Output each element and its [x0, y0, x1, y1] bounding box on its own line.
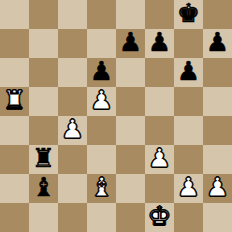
- square-c1[interactable]: [58, 203, 87, 232]
- square-a6[interactable]: [0, 58, 29, 87]
- piece-black-pawn[interactable]: ♟: [206, 28, 229, 57]
- square-d3[interactable]: [87, 145, 116, 174]
- square-f2[interactable]: [145, 174, 174, 203]
- square-c7[interactable]: [58, 29, 87, 58]
- piece-white-pawn[interactable]: ♟: [90, 86, 113, 115]
- piece-white-pawn[interactable]: ♟: [61, 115, 84, 144]
- square-c8[interactable]: [58, 0, 87, 29]
- chess-board: ♚♟♟♟♟♟♜♟♟♜♟♝♝♟♟♚: [0, 0, 232, 232]
- square-h7[interactable]: ♟: [203, 29, 232, 58]
- square-b4[interactable]: [29, 116, 58, 145]
- square-c4[interactable]: ♟: [58, 116, 87, 145]
- square-a2[interactable]: [0, 174, 29, 203]
- square-b5[interactable]: [29, 87, 58, 116]
- square-e7[interactable]: ♟: [116, 29, 145, 58]
- square-d7[interactable]: [87, 29, 116, 58]
- square-d4[interactable]: [87, 116, 116, 145]
- square-g4[interactable]: [174, 116, 203, 145]
- square-c5[interactable]: [58, 87, 87, 116]
- square-e4[interactable]: [116, 116, 145, 145]
- square-f1[interactable]: ♚: [145, 203, 174, 232]
- square-h3[interactable]: [203, 145, 232, 174]
- square-e2[interactable]: [116, 174, 145, 203]
- square-a4[interactable]: [0, 116, 29, 145]
- square-f6[interactable]: [145, 58, 174, 87]
- piece-white-pawn[interactable]: ♟: [177, 173, 200, 202]
- square-a5[interactable]: ♜: [0, 87, 29, 116]
- square-a3[interactable]: [0, 145, 29, 174]
- square-g1[interactable]: [174, 203, 203, 232]
- square-h6[interactable]: [203, 58, 232, 87]
- piece-black-bishop[interactable]: ♝: [32, 173, 55, 202]
- square-g7[interactable]: [174, 29, 203, 58]
- square-d5[interactable]: ♟: [87, 87, 116, 116]
- square-h5[interactable]: [203, 87, 232, 116]
- square-f3[interactable]: ♟: [145, 145, 174, 174]
- piece-white-pawn[interactable]: ♟: [148, 144, 171, 173]
- piece-black-pawn[interactable]: ♟: [90, 57, 113, 86]
- piece-black-pawn[interactable]: ♟: [148, 28, 171, 57]
- piece-black-king[interactable]: ♚: [177, 0, 200, 28]
- piece-black-pawn[interactable]: ♟: [177, 57, 200, 86]
- piece-white-rook[interactable]: ♜: [3, 86, 26, 115]
- square-g5[interactable]: [174, 87, 203, 116]
- piece-black-rook[interactable]: ♜: [32, 144, 55, 173]
- square-a7[interactable]: [0, 29, 29, 58]
- square-b1[interactable]: [29, 203, 58, 232]
- square-d2[interactable]: ♝: [87, 174, 116, 203]
- square-h4[interactable]: [203, 116, 232, 145]
- square-c3[interactable]: [58, 145, 87, 174]
- square-g6[interactable]: ♟: [174, 58, 203, 87]
- square-f7[interactable]: ♟: [145, 29, 174, 58]
- square-c6[interactable]: [58, 58, 87, 87]
- square-g3[interactable]: [174, 145, 203, 174]
- square-d1[interactable]: [87, 203, 116, 232]
- square-e1[interactable]: [116, 203, 145, 232]
- square-h1[interactable]: [203, 203, 232, 232]
- square-b6[interactable]: [29, 58, 58, 87]
- piece-black-pawn[interactable]: ♟: [119, 28, 142, 57]
- square-g2[interactable]: ♟: [174, 174, 203, 203]
- square-b8[interactable]: [29, 0, 58, 29]
- square-c2[interactable]: [58, 174, 87, 203]
- square-b2[interactable]: ♝: [29, 174, 58, 203]
- square-g8[interactable]: ♚: [174, 0, 203, 29]
- square-e8[interactable]: [116, 0, 145, 29]
- square-e5[interactable]: [116, 87, 145, 116]
- piece-white-king[interactable]: ♚: [148, 202, 171, 231]
- piece-white-pawn[interactable]: ♟: [206, 173, 229, 202]
- square-a8[interactable]: [0, 0, 29, 29]
- square-b7[interactable]: [29, 29, 58, 58]
- square-h8[interactable]: [203, 0, 232, 29]
- square-f8[interactable]: [145, 0, 174, 29]
- piece-white-bishop[interactable]: ♝: [90, 173, 113, 202]
- square-f4[interactable]: [145, 116, 174, 145]
- square-h2[interactable]: ♟: [203, 174, 232, 203]
- square-f5[interactable]: [145, 87, 174, 116]
- square-d8[interactable]: [87, 0, 116, 29]
- square-b3[interactable]: ♜: [29, 145, 58, 174]
- square-e6[interactable]: [116, 58, 145, 87]
- square-a1[interactable]: [0, 203, 29, 232]
- square-e3[interactable]: [116, 145, 145, 174]
- square-d6[interactable]: ♟: [87, 58, 116, 87]
